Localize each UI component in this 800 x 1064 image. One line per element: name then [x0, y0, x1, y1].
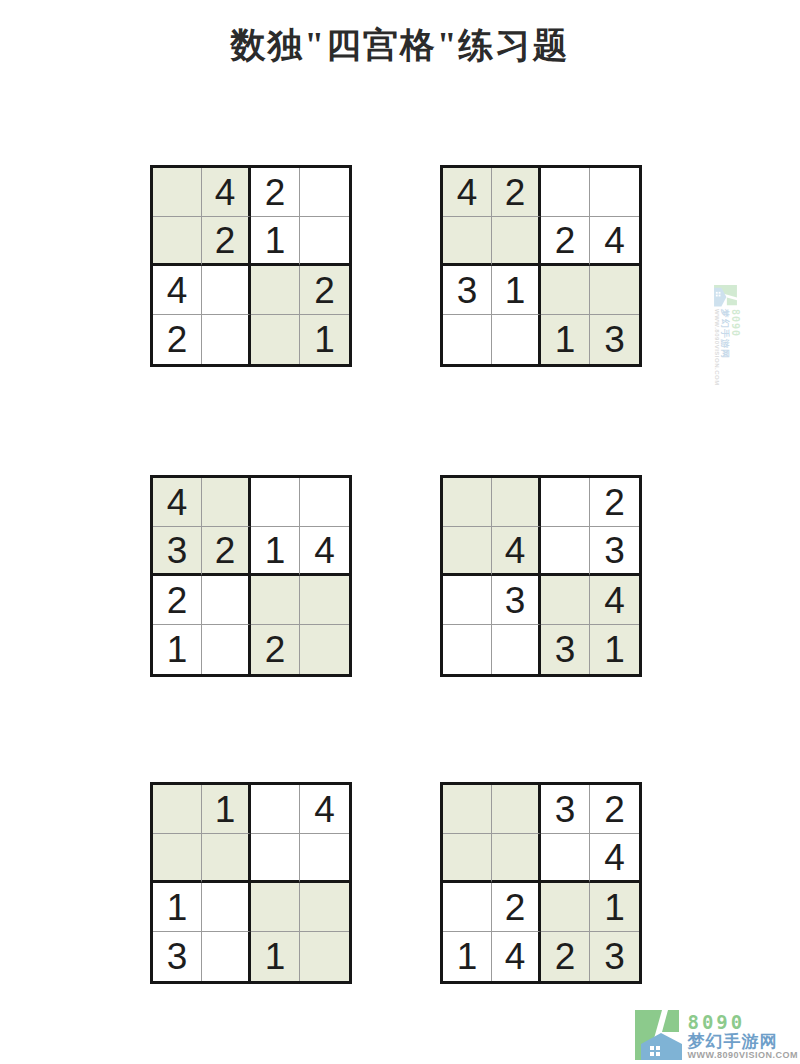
empty-cell[interactable] [300, 576, 349, 625]
given-digit-cell: 3 [541, 785, 590, 834]
empty-cell[interactable] [251, 883, 300, 932]
empty-cell[interactable] [300, 883, 349, 932]
given-digit-cell: 4 [153, 266, 202, 315]
sudoku-grid-6: 324211423 [440, 782, 642, 984]
empty-cell[interactable] [443, 217, 492, 266]
empty-cell[interactable] [492, 478, 541, 527]
sudoku-grid-4: 2433431 [440, 475, 642, 677]
empty-cell[interactable] [492, 217, 541, 266]
empty-cell[interactable] [153, 217, 202, 266]
empty-cell[interactable] [443, 478, 492, 527]
given-digit-cell: 1 [300, 315, 349, 364]
watermark-site-name: 梦幻手游网 [720, 309, 729, 359]
empty-cell[interactable] [202, 834, 251, 883]
empty-cell[interactable] [541, 478, 590, 527]
given-digit-cell: 2 [492, 168, 541, 217]
empty-cell[interactable] [492, 785, 541, 834]
empty-cell[interactable] [443, 883, 492, 932]
empty-cell[interactable] [492, 625, 541, 674]
given-digit-cell: 2 [590, 478, 639, 527]
watermark-brand: 8090 [687, 1013, 745, 1033]
site-logo-icon [714, 285, 737, 307]
empty-cell[interactable] [443, 625, 492, 674]
empty-cell[interactable] [251, 576, 300, 625]
empty-cell[interactable] [202, 883, 251, 932]
watermark-vertical: 8090 梦幻手游网 WWW.8090VISION.COM [714, 285, 740, 386]
given-digit-cell: 4 [492, 932, 541, 981]
empty-cell[interactable] [300, 478, 349, 527]
sudoku-grid-1: 42214221 [150, 165, 352, 367]
empty-cell[interactable] [251, 266, 300, 315]
empty-cell[interactable] [300, 625, 349, 674]
given-digit-cell: 4 [590, 217, 639, 266]
given-digit-cell: 3 [541, 625, 590, 674]
empty-cell[interactable] [300, 168, 349, 217]
watermark-url: WWW.8090VISION.COM [687, 1051, 798, 1060]
given-digit-cell: 3 [590, 932, 639, 981]
given-digit-cell: 3 [492, 576, 541, 625]
given-digit-cell: 4 [443, 168, 492, 217]
given-digit-cell: 2 [541, 217, 590, 266]
empty-cell[interactable] [202, 315, 251, 364]
given-digit-cell: 2 [202, 217, 251, 266]
given-digit-cell: 1 [153, 625, 202, 674]
given-digit-cell: 1 [251, 217, 300, 266]
empty-cell[interactable] [251, 315, 300, 364]
given-digit-cell: 3 [153, 932, 202, 981]
given-digit-cell: 2 [202, 527, 251, 576]
given-digit-cell: 4 [300, 785, 349, 834]
empty-cell[interactable] [300, 217, 349, 266]
given-digit-cell: 1 [590, 625, 639, 674]
empty-cell[interactable] [251, 834, 300, 883]
watermark-logo-block: 8090 梦幻手游网 WWW.8090VISION.COM [635, 1010, 798, 1060]
watermark-url: WWW.8090VISION.COM [714, 309, 720, 386]
given-digit-cell: 2 [492, 883, 541, 932]
site-logo-icon [635, 1010, 683, 1060]
empty-cell[interactable] [202, 478, 251, 527]
empty-cell[interactable] [443, 785, 492, 834]
empty-cell[interactable] [443, 315, 492, 364]
given-digit-cell: 3 [590, 315, 639, 364]
watermark-brand: 8090 [730, 309, 741, 337]
given-digit-cell: 3 [153, 527, 202, 576]
empty-cell[interactable] [153, 834, 202, 883]
given-digit-cell: 2 [153, 576, 202, 625]
empty-cell[interactable] [251, 478, 300, 527]
empty-cell[interactable] [300, 834, 349, 883]
given-digit-cell: 2 [251, 168, 300, 217]
empty-cell[interactable] [590, 266, 639, 315]
given-digit-cell: 1 [251, 932, 300, 981]
empty-cell[interactable] [541, 883, 590, 932]
empty-cell[interactable] [492, 315, 541, 364]
given-digit-cell: 2 [300, 266, 349, 315]
given-digit-cell: 4 [590, 576, 639, 625]
empty-cell[interactable] [300, 932, 349, 981]
given-digit-cell: 4 [590, 834, 639, 883]
given-digit-cell: 1 [590, 883, 639, 932]
sudoku-grid-2: 42243113 [440, 165, 642, 367]
sudoku-grid-3: 43214212 [150, 475, 352, 677]
given-digit-cell: 1 [443, 932, 492, 981]
given-digit-cell: 2 [153, 315, 202, 364]
given-digit-cell: 1 [251, 527, 300, 576]
given-digit-cell: 2 [541, 932, 590, 981]
empty-cell[interactable] [541, 266, 590, 315]
empty-cell[interactable] [251, 785, 300, 834]
empty-cell[interactable] [443, 834, 492, 883]
given-digit-cell: 3 [443, 266, 492, 315]
given-digit-cell: 2 [251, 625, 300, 674]
empty-cell[interactable] [541, 834, 590, 883]
empty-cell[interactable] [492, 834, 541, 883]
empty-cell[interactable] [153, 168, 202, 217]
empty-cell[interactable] [541, 527, 590, 576]
given-digit-cell: 4 [153, 478, 202, 527]
given-digit-cell: 1 [541, 315, 590, 364]
empty-cell[interactable] [202, 576, 251, 625]
given-digit-cell: 4 [300, 527, 349, 576]
page-title: 数独"四宫格"练习题 [0, 22, 800, 69]
empty-cell[interactable] [443, 527, 492, 576]
given-digit-cell: 1 [202, 785, 251, 834]
empty-cell[interactable] [443, 576, 492, 625]
given-digit-cell: 2 [590, 785, 639, 834]
given-digit-cell: 1 [153, 883, 202, 932]
given-digit-cell: 1 [492, 266, 541, 315]
sudoku-grid-5: 14131 [150, 782, 352, 984]
practice-sheet-page: 数独"四宫格"练习题 42214221 42243113 43214212 24… [0, 0, 800, 1064]
given-digit-cell: 4 [492, 527, 541, 576]
empty-cell[interactable] [202, 625, 251, 674]
empty-cell[interactable] [541, 168, 590, 217]
watermark-site-name: 梦幻手游网 [687, 1033, 777, 1051]
empty-cell[interactable] [541, 576, 590, 625]
empty-cell[interactable] [202, 932, 251, 981]
empty-cell[interactable] [202, 266, 251, 315]
given-digit-cell: 3 [590, 527, 639, 576]
given-digit-cell: 4 [202, 168, 251, 217]
empty-cell[interactable] [590, 168, 639, 217]
empty-cell[interactable] [153, 785, 202, 834]
